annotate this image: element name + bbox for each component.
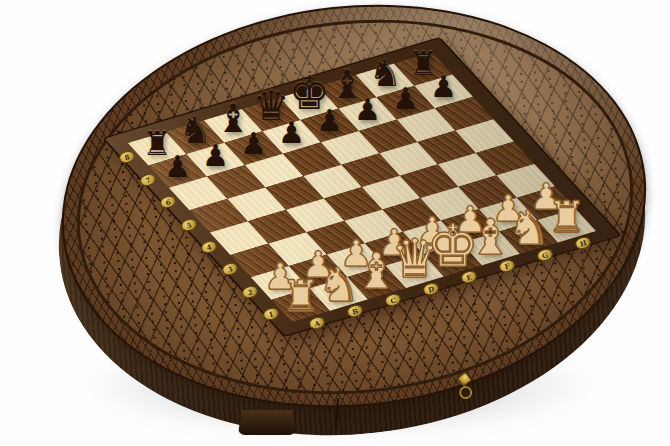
piece-black-pawn-d7[interactable]: ♟ xyxy=(278,118,305,148)
drawer-pull-ring xyxy=(458,385,473,400)
piece-black-pawn-h7[interactable]: ♟ xyxy=(430,72,457,102)
piece-black-pawn-c7[interactable]: ♟ xyxy=(240,129,267,159)
piece-black-pawn-a7[interactable]: ♟ xyxy=(164,152,191,182)
piece-black-pawn-f7[interactable]: ♟ xyxy=(354,95,381,125)
piece-black-pawn-b7[interactable]: ♟ xyxy=(202,140,229,170)
piece-white-knight-b1[interactable]: ♞ xyxy=(318,260,360,307)
case-foot-center xyxy=(238,410,296,435)
piece-white-knight-g1[interactable]: ♞ xyxy=(508,203,550,250)
piece-black-pawn-e7[interactable]: ♟ xyxy=(316,106,343,136)
piece-black-pawn-g7[interactable]: ♟ xyxy=(392,83,419,113)
piece-white-rook-h1[interactable]: ♜ xyxy=(547,195,586,238)
chess-case-photo: 8A7B6C5D4E3F2G1H ♜♞♝♛♚♝♞♜♟♟♟♟♟♟♟♟♟♟♟♟♟♟♟… xyxy=(0,0,670,446)
drawer-pull-plate xyxy=(457,372,472,387)
piece-white-bishop-c1[interactable]: ♝ xyxy=(355,247,399,296)
piece-white-rook-a1[interactable]: ♜ xyxy=(281,275,320,318)
